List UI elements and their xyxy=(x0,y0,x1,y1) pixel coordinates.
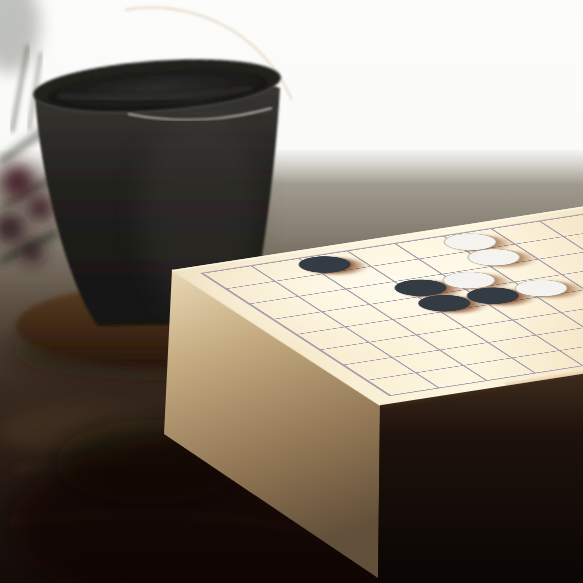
black-stone: ● xyxy=(285,253,357,276)
pine-bud xyxy=(21,241,43,263)
pine-bud xyxy=(27,195,53,221)
pine-bud xyxy=(1,165,35,199)
photo-scene: ●●●●●●●● xyxy=(0,0,583,583)
